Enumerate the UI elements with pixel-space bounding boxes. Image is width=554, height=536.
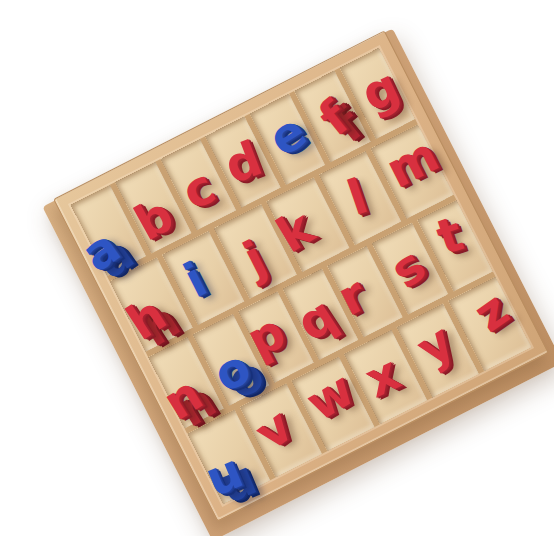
letter-piece-j[interactable]: j (236, 233, 272, 283)
letter-piece-i[interactable]: i (177, 255, 213, 305)
letter-piece-m[interactable]: m (379, 130, 445, 195)
letter-piece-d[interactable]: d (218, 133, 267, 190)
letter-piece-g[interactable]: g (354, 61, 405, 119)
letter-piece-z[interactable]: z (465, 284, 515, 339)
letter-tray: aabcdeffghhijklmnnoopqrstuuvwxyz (53, 30, 549, 521)
letter-piece-s[interactable]: s (382, 240, 433, 296)
compartment-grid: aabcdeffghhijklmnnoopqrstuuvwxyz (71, 48, 532, 504)
letter-piece-w[interactable]: w (298, 364, 361, 428)
photo-stage: aabcdeffghhijklmnnoopqrstuuvwxyz (0, 0, 554, 536)
letter-piece-x[interactable]: x (358, 348, 406, 405)
letter-piece-t[interactable]: t (431, 208, 468, 261)
movable-alphabet-box: aabcdeffghhijklmnnoopqrstuuvwxyz (53, 30, 549, 521)
letter-piece-c[interactable]: c (174, 161, 221, 217)
letter-piece-l[interactable]: l (342, 172, 373, 223)
letter-piece-h[interactable]: h (119, 289, 174, 348)
letter-piece-y[interactable]: y (409, 316, 461, 373)
